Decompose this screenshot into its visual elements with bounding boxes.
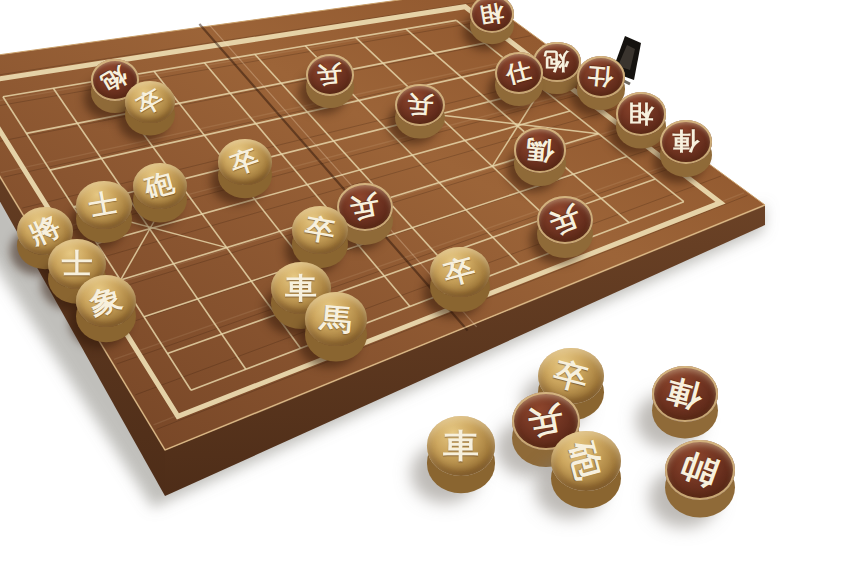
piece-glyph: 相 — [628, 102, 654, 125]
piece-glyph: 俥 — [672, 130, 699, 154]
photo-scene: 相 炮 仕 兵 仕 炮 卒 兵 相 俥 傌 卒 砲 士 兵 兵 卒 將 士 卒 … — [0, 0, 850, 566]
piece-glyph: 帥 — [677, 448, 723, 492]
piece-glyph: 仕 — [504, 59, 534, 87]
piece-glyph: 兵 — [406, 92, 434, 118]
piece-glyph: 卒 — [133, 85, 167, 118]
piece-dark-marshal-captured[interactable]: 帥 — [665, 440, 735, 500]
piece-dark-advisor[interactable]: 仕 — [577, 56, 625, 98]
piece-gold-soldier[interactable]: 卒 — [218, 139, 271, 185]
piece-glyph: 象 — [87, 283, 125, 319]
piece-dark-soldier[interactable]: 兵 — [395, 84, 445, 127]
piece-glyph: 仕 — [588, 65, 615, 90]
piece-gold-elephant[interactable]: 象 — [76, 275, 137, 327]
piece-dark-chariot-captured[interactable]: 俥 — [652, 366, 718, 423]
piece-glyph: 士 — [61, 250, 92, 278]
piece-gold-chariot-captured[interactable]: 車 — [427, 416, 496, 475]
piece-gold-cannon-captured[interactable]: 砲 — [551, 431, 621, 491]
piece-glyph: 兵 — [348, 192, 381, 223]
piece-gold-cannon[interactable]: 砲 — [133, 163, 187, 210]
piece-dark-chariot[interactable]: 俥 — [660, 120, 712, 165]
piece-glyph: 砲 — [143, 170, 178, 203]
piece-gold-soldier[interactable]: 卒 — [125, 81, 175, 124]
piece-dark-soldier[interactable]: 兵 — [306, 54, 354, 95]
piece-glyph: 車 — [285, 274, 317, 303]
piece-glyph: 車 — [443, 430, 479, 462]
piece-dark-horse[interactable]: 傌 — [514, 127, 566, 172]
piece-glyph: 卒 — [303, 214, 337, 246]
piece-gold-advisor[interactable]: 士 — [76, 181, 131, 229]
piece-glyph: 士 — [87, 190, 120, 221]
piece-glyph: 砲 — [565, 439, 607, 483]
piece-glyph: 卒 — [551, 357, 592, 395]
piece-gold-horse[interactable]: 馬 — [305, 292, 367, 345]
piece-dark-soldier[interactable]: 兵 — [537, 196, 593, 244]
piece-glyph: 卒 — [441, 254, 478, 289]
piece-glyph: 卒 — [228, 145, 263, 178]
piece-glyph: 馬 — [319, 303, 353, 334]
piece-dark-advisor[interactable]: 仕 — [495, 52, 543, 93]
piece-glyph: 相 — [478, 1, 505, 26]
piece-glyph: 兵 — [526, 402, 566, 439]
piece-glyph: 俥 — [664, 374, 706, 413]
piece-glyph: 兵 — [317, 63, 344, 88]
piece-glyph: 炮 — [99, 64, 132, 96]
piece-glyph: 兵 — [546, 202, 583, 238]
piece-glyph: 炮 — [544, 51, 569, 74]
piece-gold-soldier[interactable]: 卒 — [430, 247, 489, 298]
piece-dark-elephant[interactable]: 相 — [616, 92, 666, 135]
piece-glyph: 傌 — [525, 136, 555, 164]
